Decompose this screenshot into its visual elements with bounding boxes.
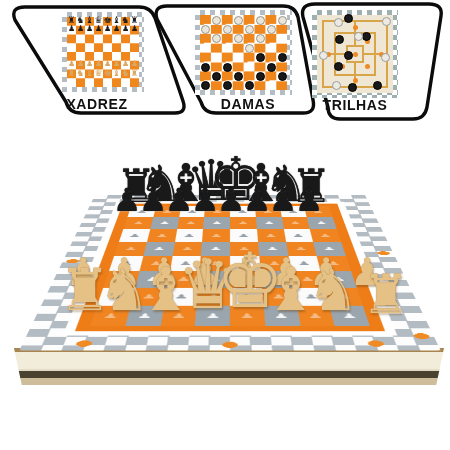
checkers-piece — [201, 25, 210, 34]
square-print-glyph: ♟ — [208, 261, 222, 266]
chess-board: ♟♟♟♟♟♟♟♟♟♟♟♟♟♟♟♟♟♟♟♟♟♟♟♟♟♟♟♟♟♟♟♟♟♟♟♟♟♟♟♟… — [19, 195, 441, 351]
checkers-piece — [223, 63, 232, 72]
board-square: ♟ — [317, 256, 351, 271]
board-square: ♟ — [179, 206, 206, 217]
square-print-glyph: ♟ — [171, 312, 187, 319]
board-square: ♟ — [325, 288, 363, 306]
checkers-piece — [234, 16, 243, 25]
square-print-glyph: ♟ — [271, 294, 286, 300]
square-print-glyph: ♟ — [238, 276, 252, 281]
square-print-glyph: ♟ — [114, 276, 130, 281]
board-square: ♟ — [204, 206, 230, 217]
square-print-glyph: ♟ — [174, 294, 189, 300]
board-square: ♟ — [260, 271, 293, 288]
square-print-glyph: ♟ — [119, 261, 134, 266]
square-print-glyph: ♟ — [318, 233, 332, 237]
thumb-morris-board — [317, 15, 393, 93]
checkers-piece — [267, 63, 276, 72]
checkers-piece — [201, 63, 210, 72]
square-print-glyph: ♟ — [269, 276, 284, 281]
morris-stone — [348, 83, 357, 92]
board-square: ♟ — [123, 217, 153, 229]
product-photo: ♜♞♝♛♚♝♞♜♟♟♟♟♟♟♟♟♟♟♟♟♟♟♟♟♜♞♝♛♚♝♞♜ XADREZ … — [0, 0, 450, 450]
board-square: ♟ — [256, 217, 284, 229]
board-square: ♟ — [230, 271, 262, 288]
board-square: ♟ — [172, 242, 202, 256]
board-square: ♟ — [279, 206, 307, 217]
board-square: ♟ — [293, 288, 329, 306]
board-grid: ♟♟♟♟♟♟♟♟♟♟♟♟♟♟♟♟♟♟♟♟♟♟♟♟♟♟♟♟♟♟♟♟♟♟♟♟♟♟♟♟… — [90, 206, 370, 326]
morris-node — [353, 25, 358, 30]
board-square: ♟ — [139, 256, 172, 271]
square-print-glyph: ♟ — [239, 294, 254, 300]
square-print-glyph: ♟ — [300, 276, 315, 281]
checkers-piece — [278, 72, 287, 81]
checkers-thumbnail — [195, 10, 292, 95]
board-square: ♟ — [307, 217, 337, 229]
board-square: ♟ — [200, 256, 230, 271]
square-print-glyph: ♟ — [335, 294, 352, 300]
square-print-glyph: ♟ — [152, 246, 166, 251]
board-square: ♟ — [197, 288, 230, 306]
board-square: ♟ — [230, 256, 260, 271]
morris-stone — [381, 53, 390, 62]
board-square: ♟ — [147, 229, 177, 242]
square-print-glyph: ♟ — [266, 246, 279, 251]
chess-thumbnail: ♜♞♝♛♚♝♞♜♟♟♟♟♟♟♟♟♟♟♟♟♟♟♟♟♜♞♝♛♚♝♞♜ — [62, 12, 144, 92]
board-square: ♟ — [230, 288, 263, 306]
board-square: ♟ — [313, 242, 346, 256]
square-print-glyph: ♟ — [331, 276, 347, 281]
square-print-glyph: ♟ — [262, 210, 274, 214]
thumb-piece-row: ♟♟♟♟♟♟♟♟ — [67, 25, 139, 33]
checkers-piece — [278, 53, 287, 62]
square-print-glyph: ♟ — [207, 276, 221, 281]
checkers-piece — [212, 34, 221, 43]
square-print-glyph: ♟ — [326, 261, 341, 266]
board-square: ♟ — [201, 242, 230, 256]
square-print-glyph: ♟ — [312, 210, 324, 214]
square-print-glyph: ♟ — [294, 246, 308, 251]
square-print-glyph: ♟ — [307, 312, 324, 319]
board-square: ♟ — [160, 306, 197, 326]
square-print-glyph: ♟ — [263, 221, 275, 225]
square-print-glyph: ♟ — [186, 210, 198, 214]
board-square: ♟ — [255, 206, 282, 217]
board-square: ♟ — [177, 217, 205, 229]
board-square: ♟ — [296, 306, 334, 326]
board-square: ♟ — [109, 256, 143, 271]
board-square: ♟ — [230, 206, 256, 217]
board-square: ♟ — [304, 206, 332, 217]
morris-stone — [354, 32, 363, 41]
thumb-chess-board: ♜♞♝♛♚♝♞♜♟♟♟♟♟♟♟♟♟♟♟♟♟♟♟♟♜♞♝♛♚♝♞♜ — [67, 17, 139, 87]
board-square: ♟ — [150, 217, 179, 229]
label-trilhas: TRILHAS — [300, 97, 410, 113]
square-print-glyph: ♟ — [108, 294, 125, 300]
checkers-piece — [245, 44, 254, 53]
board-square: ♟ — [97, 288, 135, 306]
board-square: ♟ — [125, 306, 163, 326]
square-print-glyph: ♟ — [124, 246, 138, 251]
square-print-glyph: ♟ — [185, 221, 197, 225]
board-square: ♟ — [103, 271, 139, 288]
morris-stone — [373, 81, 382, 90]
square-print-glyph: ♟ — [206, 294, 221, 300]
square-print-glyph: ♟ — [238, 261, 252, 266]
square-print-glyph: ♟ — [155, 233, 168, 237]
thumb-checkers-board — [200, 15, 287, 90]
board-square: ♟ — [230, 217, 257, 229]
board-square: ♟ — [288, 256, 321, 271]
board-square: ♟ — [169, 256, 201, 271]
checkers-piece — [223, 25, 232, 34]
square-print-glyph: ♟ — [136, 210, 148, 214]
board-square: ♟ — [259, 256, 291, 271]
square-print-glyph: ♟ — [158, 221, 171, 225]
board-square: ♟ — [174, 229, 203, 242]
square-print-glyph: ♟ — [237, 233, 250, 237]
morris-stone — [334, 62, 343, 71]
checkers-piece — [256, 16, 265, 25]
square-print-glyph: ♟ — [264, 233, 277, 237]
checkers-piece — [267, 25, 276, 34]
checkers-piece — [223, 81, 232, 90]
board-square: ♟ — [310, 229, 341, 242]
board-square: ♟ — [130, 288, 166, 306]
board-square: ♟ — [262, 288, 297, 306]
board-square: ♟ — [143, 242, 174, 256]
board-square: ♟ — [281, 217, 310, 229]
board-square: ♟ — [164, 288, 199, 306]
checkers-piece — [256, 34, 265, 43]
morris-stone — [319, 51, 328, 60]
square-print-glyph: ♟ — [289, 221, 302, 225]
label-xadrez: XADREZ — [42, 96, 152, 112]
label-damas: DAMAS — [193, 96, 303, 112]
board-square: ♟ — [114, 242, 147, 256]
square-print-glyph: ♟ — [181, 246, 194, 251]
square-print-glyph: ♟ — [136, 312, 153, 319]
board-square: ♟ — [321, 271, 357, 288]
square-print-glyph: ♟ — [239, 312, 255, 319]
checkers-piece — [245, 25, 254, 34]
square-print-glyph: ♟ — [297, 261, 311, 266]
board-square: ♟ — [135, 271, 170, 288]
board-square: ♟ — [119, 229, 150, 242]
board-square: ♟ — [230, 229, 258, 242]
checkers-piece — [256, 53, 265, 62]
checkers-piece — [245, 81, 254, 90]
square-print-glyph: ♟ — [209, 246, 222, 251]
square-print-glyph: ♟ — [149, 261, 163, 266]
square-print-glyph: ♟ — [341, 312, 358, 319]
square-print-glyph: ♟ — [291, 233, 304, 237]
square-print-glyph: ♟ — [315, 221, 328, 225]
board-square: ♟ — [257, 229, 286, 242]
square-print-glyph: ♟ — [322, 246, 336, 251]
square-print-glyph: ♟ — [176, 276, 191, 281]
board-square: ♟ — [202, 229, 230, 242]
board-square: ♟ — [198, 271, 230, 288]
board-square: ♟ — [230, 306, 265, 326]
checkers-piece — [278, 16, 287, 25]
checkers-piece — [212, 72, 221, 81]
checkers-piece — [256, 72, 265, 81]
square-print-glyph: ♟ — [212, 210, 224, 214]
square-print-glyph: ♟ — [179, 261, 193, 266]
morris-stone — [382, 17, 391, 26]
board-square: ♟ — [167, 271, 200, 288]
square-print-glyph: ♟ — [210, 233, 223, 237]
morris-node — [365, 64, 370, 69]
board-square: ♟ — [90, 306, 130, 326]
square-print-glyph: ♟ — [132, 221, 145, 225]
square-print-glyph: ♟ — [102, 312, 119, 319]
square-print-glyph: ♟ — [237, 221, 249, 225]
square-print-glyph: ♟ — [183, 233, 196, 237]
board-square: ♟ — [127, 206, 155, 217]
square-print-glyph: ♟ — [161, 210, 173, 214]
square-print-glyph: ♟ — [303, 294, 319, 300]
square-print-glyph: ♟ — [211, 221, 223, 225]
square-print-glyph: ♟ — [237, 210, 249, 214]
morris-stone — [332, 81, 341, 90]
board-square: ♟ — [286, 242, 317, 256]
board-square: ♟ — [258, 242, 288, 256]
square-print-glyph: ♟ — [141, 294, 157, 300]
checkers-piece — [234, 72, 243, 81]
thumb-piece-row: ♜♞♝♛♚♝♞♜ — [67, 69, 139, 78]
board-square: ♟ — [203, 217, 230, 229]
square-print-glyph: ♟ — [205, 312, 221, 319]
board-square: ♟ — [330, 306, 370, 326]
square-print-glyph: ♟ — [238, 246, 251, 251]
board-square: ♟ — [291, 271, 326, 288]
checkers-piece — [201, 81, 210, 90]
board-square: ♟ — [230, 242, 259, 256]
morris-thumbnail — [312, 10, 398, 98]
checkers-piece — [234, 34, 243, 43]
checkers-piece — [212, 16, 221, 25]
square-print-glyph: ♟ — [267, 261, 281, 266]
board-square: ♟ — [263, 306, 300, 326]
board-square: ♟ — [153, 206, 181, 217]
square-print-glyph: ♟ — [273, 312, 289, 319]
square-print-glyph: ♟ — [128, 233, 142, 237]
board-square: ♟ — [283, 229, 313, 242]
board-square: ♟ — [195, 306, 230, 326]
square-print-glyph: ♟ — [145, 276, 160, 281]
morris-node — [353, 52, 358, 57]
square-print-glyph: ♟ — [287, 210, 299, 214]
